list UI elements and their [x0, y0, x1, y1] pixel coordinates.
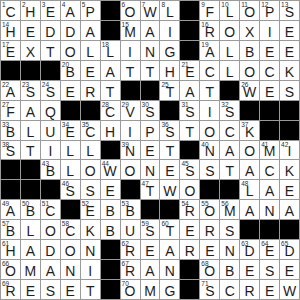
- clue-number: 62: [122, 240, 129, 247]
- cell-r3c2[interactable]: X: [21, 41, 40, 60]
- cell-r13c9[interactable]: A: [160, 240, 179, 259]
- clue-number: 54: [181, 200, 188, 207]
- cell-r13c14[interactable]: 64E: [260, 240, 279, 259]
- cell-r9c3[interactable]: 43B: [41, 160, 60, 179]
- cell-r6c11[interactable]: I: [200, 101, 219, 120]
- cell-r8c12[interactable]: A: [220, 141, 239, 160]
- cell-r15c11[interactable]: 71S: [200, 280, 219, 299]
- cell-letter: S: [205, 164, 214, 178]
- cell-r7c3[interactable]: U: [41, 121, 60, 140]
- cell-r11c15[interactable]: A: [280, 200, 299, 219]
- cell-r13c1[interactable]: 61H: [1, 240, 20, 259]
- cell-r9c10[interactable]: 45S: [180, 160, 199, 179]
- cell-r9c11[interactable]: S: [200, 160, 219, 179]
- cell-r4c7[interactable]: T: [121, 61, 140, 80]
- cell-letter: E: [205, 244, 214, 258]
- cell-letter: U: [45, 125, 55, 139]
- clue-number: 12: [261, 1, 268, 8]
- cell-r14c1[interactable]: 66O: [1, 260, 20, 279]
- black-square-r9c1: [1, 160, 20, 179]
- clue-number: 6: [122, 1, 126, 8]
- cell-r10c15[interactable]: E: [280, 180, 299, 199]
- cell-r10c5[interactable]: S: [81, 180, 100, 199]
- cell-r4c8[interactable]: T: [141, 61, 160, 80]
- cell-r15c3[interactable]: S: [41, 280, 60, 299]
- cell-r5c2[interactable]: 23S: [21, 81, 40, 100]
- clue-number: 67: [122, 260, 129, 267]
- cell-letter: E: [46, 5, 55, 19]
- cell-r2c13[interactable]: X: [240, 21, 259, 40]
- cell-r10c9[interactable]: W: [160, 180, 179, 199]
- cell-r15c12[interactable]: C: [220, 280, 239, 299]
- cell-r1c7[interactable]: 6O: [121, 1, 140, 20]
- cell-letter: B: [245, 45, 254, 59]
- cell-letter: T: [46, 45, 55, 59]
- clue-number: 19: [201, 41, 208, 48]
- black-square-r2c6: [101, 21, 120, 40]
- cell-letter: E: [265, 284, 274, 298]
- clue-number: 13: [281, 1, 288, 8]
- cell-letter: E: [66, 85, 75, 99]
- clue-number: 32: [221, 101, 228, 108]
- cell-letter: U: [125, 224, 135, 238]
- cell-r12c10[interactable]: E: [180, 220, 199, 239]
- clue-number: 53: [122, 200, 129, 207]
- cell-r8c14[interactable]: 41M: [260, 141, 279, 160]
- cell-r10c4[interactable]: 46S: [61, 180, 80, 199]
- clue-number: 50: [22, 200, 29, 207]
- cell-letter: L: [226, 45, 234, 59]
- cell-r12c8[interactable]: 59S: [141, 220, 160, 239]
- black-square-r7c14: [260, 121, 279, 140]
- cell-r4c6[interactable]: A: [101, 61, 120, 80]
- cell-letter: X: [26, 45, 35, 59]
- clue-number: 16: [201, 21, 208, 28]
- cell-letter: K: [285, 164, 294, 178]
- cell-r9c6[interactable]: 44W: [101, 160, 120, 179]
- cell-r5c4[interactable]: E: [61, 81, 80, 100]
- cell-r2c11[interactable]: 16R: [200, 21, 219, 40]
- cell-r3c6[interactable]: 18L: [101, 41, 120, 60]
- cell-r14c12[interactable]: B: [220, 260, 239, 279]
- cell-r1c11[interactable]: 9F: [200, 1, 219, 20]
- clue-number: 24: [42, 81, 49, 88]
- cell-r4c14[interactable]: C: [260, 61, 279, 80]
- cell-r10c10[interactable]: O: [180, 180, 199, 199]
- cell-r5c10[interactable]: A: [180, 81, 199, 100]
- cell-r15c14[interactable]: E: [260, 280, 279, 299]
- cell-r7c7[interactable]: I: [121, 121, 140, 140]
- cell-r15c5[interactable]: T: [81, 280, 100, 299]
- cell-r13c8[interactable]: E: [141, 240, 160, 259]
- black-square-r10c1: [1, 180, 20, 199]
- cell-r3c8[interactable]: N: [141, 41, 160, 60]
- black-square-r5c7: [121, 81, 140, 100]
- cell-r2c9[interactable]: I: [160, 21, 179, 40]
- cell-r2c5[interactable]: A: [81, 21, 100, 40]
- cell-letter: O: [204, 125, 215, 139]
- cell-r4c4[interactable]: 20B: [61, 61, 80, 80]
- cell-r8c8[interactable]: E: [141, 141, 160, 160]
- cell-r13c15[interactable]: 65D: [280, 240, 299, 259]
- cell-letter: O: [85, 164, 96, 178]
- cell-r13c3[interactable]: D: [41, 240, 60, 259]
- cell-r1c3[interactable]: 3E: [41, 1, 60, 20]
- clue-number: 3: [42, 1, 46, 8]
- cell-r11c5[interactable]: 52E: [81, 200, 100, 219]
- cell-r6c10[interactable]: 31S: [180, 101, 199, 120]
- cell-r12c1[interactable]: 57B: [1, 220, 20, 239]
- cell-r1c5[interactable]: 5P: [81, 1, 100, 20]
- cell-letter: T: [206, 85, 215, 99]
- cell-r2c7[interactable]: 15M: [121, 21, 140, 40]
- cell-r3c3[interactable]: T: [41, 41, 60, 60]
- cell-letter: R: [205, 224, 215, 238]
- cell-r9c4[interactable]: L: [61, 160, 80, 179]
- black-square-r12c14: [260, 220, 279, 239]
- cell-r5c3[interactable]: 24S: [41, 81, 60, 100]
- cell-letter: T: [166, 144, 175, 158]
- cell-r9c8[interactable]: N: [141, 160, 160, 179]
- cell-r15c7[interactable]: 70O: [121, 280, 140, 299]
- black-square-r10c12: [220, 180, 239, 199]
- black-square-r14c10: [180, 260, 199, 279]
- cell-letter: A: [225, 144, 234, 158]
- cell-r1c4[interactable]: 4A: [61, 1, 80, 20]
- cell-r12c2[interactable]: L: [21, 220, 40, 239]
- cell-r11c13[interactable]: A: [240, 200, 259, 219]
- cell-r1c12[interactable]: 10L: [220, 1, 239, 20]
- cell-r1c1[interactable]: 1C: [1, 1, 20, 20]
- cell-r6c1[interactable]: 27F: [1, 101, 20, 120]
- cell-r10c14[interactable]: A: [260, 180, 279, 199]
- cell-r14c2[interactable]: M: [21, 260, 40, 279]
- cell-letter: X: [245, 25, 254, 39]
- black-square-r6c15: [280, 101, 299, 120]
- cell-r5c15[interactable]: S: [280, 81, 299, 100]
- cell-letter: O: [45, 224, 56, 238]
- cell-r4c10[interactable]: 21E: [180, 61, 199, 80]
- cell-letter: C: [5, 5, 15, 19]
- cell-r8c4[interactable]: L: [61, 141, 80, 160]
- cell-letter: K: [86, 224, 95, 238]
- cell-r7c10[interactable]: T: [180, 121, 199, 140]
- cell-r8c2[interactable]: T: [21, 141, 40, 160]
- cell-r9c15[interactable]: K: [280, 160, 299, 179]
- cell-r13c7[interactable]: 62R: [121, 240, 140, 259]
- cell-letter: A: [26, 105, 35, 119]
- cell-r5c1[interactable]: 22A: [1, 81, 20, 100]
- cell-letter: E: [265, 45, 274, 59]
- cell-r6c3[interactable]: Q: [41, 101, 60, 120]
- clue-number: 43: [42, 160, 49, 167]
- clue-number: 4: [62, 1, 66, 8]
- cell-r2c1[interactable]: 14H: [1, 21, 20, 40]
- black-square-r5c8: [141, 81, 160, 100]
- cell-r9c12[interactable]: T: [220, 160, 239, 179]
- cell-r15c2[interactable]: E: [21, 280, 40, 299]
- black-square-r15c6: [101, 280, 120, 299]
- cell-r8c5[interactable]: L: [81, 141, 100, 160]
- clue-number: 26: [241, 81, 248, 88]
- cell-r3c11[interactable]: 19A: [200, 41, 219, 60]
- cell-r1c9[interactable]: 8L: [160, 1, 179, 20]
- clue-number: 56: [221, 200, 228, 207]
- cell-r13c11[interactable]: E: [200, 240, 219, 259]
- cell-letter: I: [168, 25, 172, 39]
- cell-r3c13[interactable]: B: [240, 41, 259, 60]
- cell-r1c14[interactable]: 12P: [260, 1, 279, 20]
- cell-r15c8[interactable]: M: [141, 280, 160, 299]
- cell-letter: G: [164, 284, 175, 298]
- cell-r3c12[interactable]: L: [220, 41, 239, 60]
- cell-letter: W: [283, 284, 296, 298]
- cell-r12c5[interactable]: K: [81, 220, 100, 239]
- cell-letter: P: [86, 5, 95, 19]
- clue-number: 15: [122, 21, 129, 28]
- cell-letter: D: [45, 244, 55, 258]
- cell-r7c12[interactable]: C: [220, 121, 239, 140]
- cell-r8c11[interactable]: 40N: [200, 141, 219, 160]
- cell-letter: A: [86, 25, 95, 39]
- cell-r12c9[interactable]: 60T: [160, 220, 179, 239]
- cell-r5c5[interactable]: R: [81, 81, 100, 100]
- cell-r12c11[interactable]: R: [200, 220, 219, 239]
- clue-number: 23: [22, 81, 29, 88]
- cell-letter: H: [25, 5, 35, 19]
- black-square-r3c10: [180, 41, 199, 60]
- cell-letter: L: [86, 144, 94, 158]
- cell-r8c9[interactable]: T: [160, 141, 179, 160]
- cell-r3c9[interactable]: G: [160, 41, 179, 60]
- cell-r12c3[interactable]: O: [41, 220, 60, 239]
- cell-r4c12[interactable]: L: [220, 61, 239, 80]
- clue-number: 42: [281, 141, 288, 148]
- cell-r8c1[interactable]: 38S: [1, 141, 20, 160]
- cell-r7c1[interactable]: 33B: [1, 121, 20, 140]
- cell-r14c4[interactable]: N: [61, 260, 80, 279]
- cell-r2c8[interactable]: A: [141, 21, 160, 40]
- black-square-r15c10: [180, 280, 199, 299]
- cell-letter: E: [165, 164, 174, 178]
- cell-r6c7[interactable]: 29V: [121, 101, 140, 120]
- cell-r12c12[interactable]: S: [220, 220, 239, 239]
- cell-r11c2[interactable]: 50B: [21, 200, 40, 219]
- cell-r4c13[interactable]: O: [240, 61, 259, 80]
- clue-number: 64: [261, 240, 268, 247]
- cell-r15c4[interactable]: E: [61, 280, 80, 299]
- cell-letter: E: [86, 65, 95, 79]
- cell-letter: Q: [45, 105, 56, 119]
- cell-r14c8[interactable]: A: [141, 260, 160, 279]
- cell-r11c11[interactable]: 55O: [200, 200, 219, 219]
- cell-r12c6[interactable]: B: [101, 220, 120, 239]
- cell-r14c3[interactable]: A: [41, 260, 60, 279]
- cell-r12c4[interactable]: 58C: [61, 220, 80, 239]
- cell-r11c1[interactable]: 49A: [1, 200, 20, 219]
- cell-r3c1[interactable]: 17E: [1, 41, 20, 60]
- cell-r5c14[interactable]: E: [260, 81, 279, 100]
- cell-letter: I: [208, 105, 212, 119]
- cell-r5c11[interactable]: T: [200, 81, 219, 100]
- cell-letter: R: [245, 284, 255, 298]
- cell-r6c12[interactable]: 32S: [220, 101, 239, 120]
- cell-r10c6[interactable]: E: [101, 180, 120, 199]
- cell-r3c15[interactable]: E: [280, 41, 299, 60]
- clue-number: 69: [2, 280, 9, 287]
- cell-letter: C: [265, 164, 275, 178]
- black-square-r4c1: [1, 61, 20, 80]
- black-square-r13c6: [101, 240, 120, 259]
- cell-r14c13[interactable]: E: [240, 260, 259, 279]
- cell-r6c6[interactable]: 28C: [101, 101, 120, 120]
- cell-r14c5[interactable]: I: [81, 260, 100, 279]
- cell-letter: H: [105, 125, 115, 139]
- cell-r10c13[interactable]: 48L: [240, 180, 259, 199]
- cell-r15c1[interactable]: 69R: [1, 280, 20, 299]
- clue-number: 68: [201, 260, 208, 267]
- cell-r7c13[interactable]: 37K: [240, 121, 259, 140]
- cell-letter: T: [225, 164, 234, 178]
- clue-number: 22: [2, 81, 9, 88]
- cell-r6c2[interactable]: A: [21, 101, 40, 120]
- cell-letter: O: [65, 244, 76, 258]
- cell-r1c8[interactable]: 7W: [141, 1, 160, 20]
- cell-r14c7[interactable]: 67R: [121, 260, 140, 279]
- cell-r13c4[interactable]: O: [61, 240, 80, 259]
- cell-r14c14[interactable]: S: [260, 260, 279, 279]
- clue-number: 58: [62, 220, 69, 227]
- cell-r13c10[interactable]: R: [180, 240, 199, 259]
- cell-r3c14[interactable]: E: [260, 41, 279, 60]
- cell-r7c9[interactable]: 36S: [160, 121, 179, 140]
- black-square-r1c6: [101, 1, 120, 20]
- cell-r11c6[interactable]: B: [101, 200, 120, 219]
- cell-r2c15[interactable]: E: [280, 21, 299, 40]
- cell-r11c12[interactable]: 56M: [220, 200, 239, 219]
- cell-r9c14[interactable]: C: [260, 160, 279, 179]
- cell-r11c3[interactable]: 51C: [41, 200, 60, 219]
- cell-r6c8[interactable]: 30S: [141, 101, 160, 120]
- cell-r1c13[interactable]: 11O: [240, 1, 259, 20]
- cell-r9c7[interactable]: O: [121, 160, 140, 179]
- cell-letter: M: [144, 284, 156, 298]
- black-square-r11c8: [141, 200, 160, 219]
- cell-letter: E: [245, 264, 254, 278]
- cell-r8c7[interactable]: 39N: [121, 141, 140, 160]
- cell-r12c7[interactable]: U: [121, 220, 140, 239]
- clue-number: 10: [221, 1, 228, 8]
- cell-r10c8[interactable]: 47T: [141, 180, 160, 199]
- cell-letter: L: [226, 65, 234, 79]
- cell-r7c8[interactable]: P: [141, 121, 160, 140]
- cell-letter: T: [106, 85, 115, 99]
- cell-r11c10[interactable]: 54R: [180, 200, 199, 219]
- cell-r4c9[interactable]: H: [160, 61, 179, 80]
- cell-r9c13[interactable]: A: [240, 160, 259, 179]
- clue-number: 34: [62, 121, 69, 128]
- cell-r15c13[interactable]: R: [240, 280, 259, 299]
- cell-r5c13[interactable]: 26W: [240, 81, 259, 100]
- cell-letter: C: [225, 284, 235, 298]
- cell-r4c11[interactable]: C: [200, 61, 219, 80]
- clue-number: 17: [2, 41, 9, 48]
- cell-r2c4[interactable]: D: [61, 21, 80, 40]
- cell-r7c11[interactable]: O: [200, 121, 219, 140]
- cell-r8c15[interactable]: 42I: [280, 141, 299, 160]
- cell-r11c14[interactable]: N: [260, 200, 279, 219]
- cell-r1c15[interactable]: 13S: [280, 1, 299, 20]
- cell-r13c2[interactable]: A: [21, 240, 40, 259]
- clue-number: 60: [161, 220, 168, 227]
- cell-r3c4[interactable]: O: [61, 41, 80, 60]
- cell-r2c14[interactable]: I: [260, 21, 279, 40]
- cell-r4c15[interactable]: K: [280, 61, 299, 80]
- clue-number: 61: [2, 240, 9, 247]
- clue-number: 37: [241, 121, 248, 128]
- cell-letter: C: [205, 65, 215, 79]
- cell-r14c11[interactable]: 68O: [200, 260, 219, 279]
- cell-r3c7[interactable]: I: [121, 41, 140, 60]
- cell-letter: E: [26, 25, 35, 39]
- clue-number: 63: [241, 240, 248, 247]
- cell-r7c2[interactable]: L: [21, 121, 40, 140]
- cell-letter: T: [86, 284, 95, 298]
- cell-r8c13[interactable]: O: [240, 141, 259, 160]
- cell-r2c3[interactable]: D: [41, 21, 60, 40]
- clue-number: 35: [82, 121, 89, 128]
- cell-letter: R: [85, 85, 95, 99]
- cell-r7c4[interactable]: 34E: [61, 121, 80, 140]
- cell-letter: O: [125, 5, 136, 19]
- cell-letter: C: [265, 65, 275, 79]
- cell-r13c5[interactable]: N: [81, 240, 100, 259]
- cell-r13c12[interactable]: N: [220, 240, 239, 259]
- cell-r8c3[interactable]: I: [41, 141, 60, 160]
- cell-letter: A: [66, 5, 75, 19]
- cell-r3c5[interactable]: L: [81, 41, 100, 60]
- cell-r15c9[interactable]: G: [160, 280, 179, 299]
- cell-letter: I: [268, 25, 272, 39]
- clue-number: 31: [181, 101, 188, 108]
- cell-letter: L: [26, 224, 34, 238]
- clue-number: 57: [2, 220, 9, 227]
- black-square-r10c7: [121, 180, 140, 199]
- cell-letter: I: [48, 144, 52, 158]
- cell-r2c12[interactable]: O: [220, 21, 239, 40]
- cell-letter: O: [224, 25, 235, 39]
- cell-r5c6[interactable]: T: [101, 81, 120, 100]
- cell-r11c7[interactable]: 53B: [121, 200, 140, 219]
- cell-r15c15[interactable]: W: [280, 280, 299, 299]
- cell-r13c13[interactable]: 63D: [240, 240, 259, 259]
- cell-letter: S: [265, 264, 274, 278]
- cell-r4c5[interactable]: E: [81, 61, 100, 80]
- cell-r7c5[interactable]: 35C: [81, 121, 100, 140]
- clue-number: 20: [62, 61, 69, 68]
- cell-r1c2[interactable]: 2H: [21, 1, 40, 20]
- black-square-r11c9: [160, 200, 179, 219]
- cell-letter: R: [185, 244, 195, 258]
- cell-r2c2[interactable]: E: [21, 21, 40, 40]
- cell-r7c6[interactable]: H: [101, 121, 120, 140]
- cell-r9c5[interactable]: O: [81, 160, 100, 179]
- cell-r14c15[interactable]: E: [280, 260, 299, 279]
- cell-r5c9[interactable]: 25T: [160, 81, 179, 100]
- clue-number: 41: [261, 141, 268, 148]
- cell-r14c9[interactable]: N: [160, 260, 179, 279]
- cell-r9c9[interactable]: E: [160, 160, 179, 179]
